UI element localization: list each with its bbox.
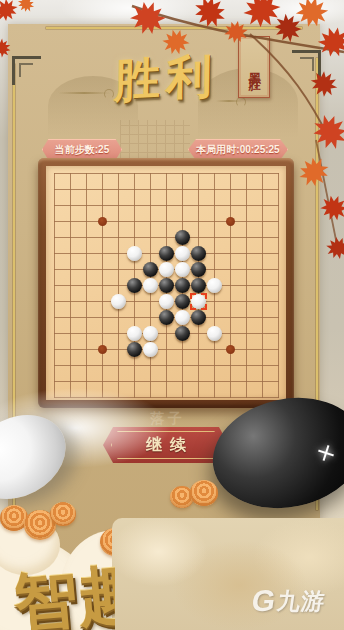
grid-line — [278, 173, 279, 398]
page-title: 胜利 — [114, 45, 219, 113]
stone-black — [175, 326, 190, 341]
pastry-decoration — [190, 480, 218, 506]
grid-line — [54, 365, 279, 366]
stone-black — [143, 262, 158, 277]
last-move-marker — [190, 293, 207, 310]
stone-black — [191, 278, 206, 293]
cloud-decoration — [250, 0, 344, 26]
elapsed-time-pill: 本局用时:00:25:25 — [188, 139, 288, 160]
stone-white — [127, 246, 142, 261]
stone-white — [175, 262, 190, 277]
stone-white — [143, 278, 158, 293]
stone-white — [175, 310, 190, 325]
grid-line — [262, 173, 263, 398]
maple-leaf-icon — [0, 0, 22, 26]
stone-white — [111, 294, 126, 309]
move-count-label: 当前步数:25 — [55, 143, 109, 157]
pastry-decoration — [50, 502, 76, 526]
stone-white — [127, 326, 142, 341]
title-flourish-right — [216, 100, 242, 102]
stone-white — [175, 246, 190, 261]
stone-black — [159, 278, 174, 293]
winner-badge: 黑方胜 — [238, 36, 270, 98]
stone-white — [143, 326, 158, 341]
star-point — [98, 345, 107, 354]
stone-black — [175, 230, 190, 245]
brand-text: 智趣 — [14, 556, 115, 630]
stone-white — [207, 326, 222, 341]
stone-black — [191, 262, 206, 277]
stone-black — [127, 342, 142, 357]
frame-border-top — [46, 27, 302, 29]
maple-leaf-icon — [318, 192, 344, 225]
stone-white — [159, 262, 174, 277]
title-flourish-left — [58, 92, 110, 94]
stone-black — [175, 278, 190, 293]
platform-watermark: G 九游 — [250, 584, 328, 618]
maple-leaf-icon — [325, 235, 344, 261]
winner-badge-label: 黑方胜 — [246, 63, 263, 72]
frame-corner-ornament — [292, 50, 321, 79]
frame-corner-ornament — [12, 56, 41, 85]
star-point — [98, 217, 107, 226]
stone-black — [159, 310, 174, 325]
stone-white — [143, 342, 158, 357]
stone-white — [159, 294, 174, 309]
board-frame — [38, 158, 294, 408]
elapsed-time-label: 本局用时:00:25:25 — [196, 143, 279, 157]
stone-white — [207, 278, 222, 293]
watermark-g-glyph: G — [250, 584, 278, 618]
move-count-pill: 当前步数:25 — [42, 139, 122, 160]
stone-black — [191, 310, 206, 325]
stone-black — [191, 246, 206, 261]
stone-black — [159, 246, 174, 261]
brand-text-clip: 智趣 — [14, 556, 115, 630]
star-point — [226, 345, 235, 354]
maple-leaf-icon — [15, 0, 38, 15]
board-surface[interactable] — [46, 166, 286, 400]
stone-black — [175, 294, 190, 309]
watermark-name: 九游 — [275, 586, 327, 617]
board-watermark — [120, 120, 190, 162]
grid-line — [54, 381, 279, 382]
stone-black — [127, 278, 142, 293]
star-point — [226, 217, 235, 226]
